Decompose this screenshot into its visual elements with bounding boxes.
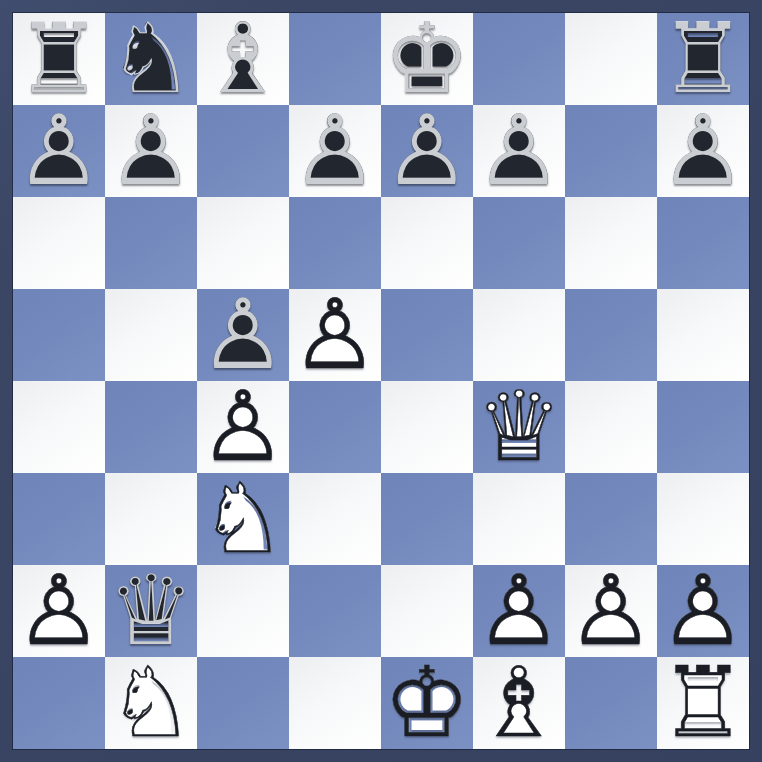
black-rook-outline: ♖ (13, 13, 105, 105)
square-c5[interactable]: ♟♙ (197, 289, 289, 381)
white-rook-outline: ♖ (657, 657, 749, 749)
black-king-outline: ♔ (381, 13, 473, 105)
square-b7[interactable]: ♟♙ (105, 105, 197, 197)
square-b2[interactable]: ♛♕ (105, 565, 197, 657)
piece-white-knight[interactable]: ♞♘ (197, 473, 289, 565)
white-pawn-outline: ♙ (197, 381, 289, 473)
black-pawn-outline: ♙ (197, 289, 289, 381)
piece-black-rook[interactable]: ♜♖ (13, 13, 105, 105)
black-bishop-outline: ♗ (197, 13, 289, 105)
black-knight-outline: ♘ (105, 13, 197, 105)
square-e2[interactable] (381, 565, 473, 657)
square-e5[interactable] (381, 289, 473, 381)
piece-white-queen[interactable]: ♛♕ (473, 381, 565, 473)
square-b4[interactable] (105, 381, 197, 473)
square-f7[interactable]: ♟♙ (473, 105, 565, 197)
white-bishop-outline: ♗ (473, 657, 565, 749)
piece-white-king[interactable]: ♚♔ (381, 657, 473, 749)
piece-white-pawn[interactable]: ♟♙ (13, 565, 105, 657)
square-f6[interactable] (473, 197, 565, 289)
square-g7[interactable] (565, 105, 657, 197)
piece-white-pawn[interactable]: ♟♙ (473, 565, 565, 657)
square-c4[interactable]: ♟♙ (197, 381, 289, 473)
black-pawn-outline: ♙ (13, 105, 105, 197)
square-f8[interactable] (473, 13, 565, 105)
square-e8[interactable]: ♚♔ (381, 13, 473, 105)
white-king-outline: ♔ (381, 657, 473, 749)
square-e3[interactable] (381, 473, 473, 565)
chess-board: ♜♖♞♘♝♗♚♔♜♖♟♙♟♙♟♙♟♙♟♙♟♙♟♙♟♙♟♙♛♕♞♘♟♙♛♕♟♙♟♙… (13, 13, 749, 749)
square-d3[interactable] (289, 473, 381, 565)
black-rook-outline: ♖ (657, 13, 749, 105)
square-f4[interactable]: ♛♕ (473, 381, 565, 473)
square-h7[interactable]: ♟♙ (657, 105, 749, 197)
white-knight-outline: ♘ (197, 473, 289, 565)
piece-black-pawn[interactable]: ♟♙ (289, 105, 381, 197)
square-c1[interactable] (197, 657, 289, 749)
square-f1[interactable]: ♝♗ (473, 657, 565, 749)
piece-black-bishop[interactable]: ♝♗ (197, 13, 289, 105)
piece-white-pawn[interactable]: ♟♙ (657, 565, 749, 657)
square-f3[interactable] (473, 473, 565, 565)
square-a2[interactable]: ♟♙ (13, 565, 105, 657)
square-b5[interactable] (105, 289, 197, 381)
piece-white-rook[interactable]: ♜♖ (657, 657, 749, 749)
piece-black-pawn[interactable]: ♟♙ (13, 105, 105, 197)
square-d2[interactable] (289, 565, 381, 657)
square-f2[interactable]: ♟♙ (473, 565, 565, 657)
square-b6[interactable] (105, 197, 197, 289)
square-e7[interactable]: ♟♙ (381, 105, 473, 197)
piece-black-pawn[interactable]: ♟♙ (197, 289, 289, 381)
square-h1[interactable]: ♜♖ (657, 657, 749, 749)
piece-black-pawn[interactable]: ♟♙ (657, 105, 749, 197)
square-c2[interactable] (197, 565, 289, 657)
piece-black-pawn[interactable]: ♟♙ (381, 105, 473, 197)
square-c7[interactable] (197, 105, 289, 197)
white-queen-outline: ♕ (473, 381, 565, 473)
square-a4[interactable] (13, 381, 105, 473)
white-pawn-outline: ♙ (13, 565, 105, 657)
square-g2[interactable]: ♟♙ (565, 565, 657, 657)
piece-white-pawn[interactable]: ♟♙ (289, 289, 381, 381)
black-pawn-outline: ♙ (657, 105, 749, 197)
black-pawn-outline: ♙ (381, 105, 473, 197)
square-d7[interactable]: ♟♙ (289, 105, 381, 197)
piece-black-queen[interactable]: ♛♕ (105, 565, 197, 657)
square-g6[interactable] (565, 197, 657, 289)
piece-black-pawn[interactable]: ♟♙ (105, 105, 197, 197)
square-h4[interactable] (657, 381, 749, 473)
black-pawn-outline: ♙ (473, 105, 565, 197)
square-h3[interactable] (657, 473, 749, 565)
square-h2[interactable]: ♟♙ (657, 565, 749, 657)
square-c3[interactable]: ♞♘ (197, 473, 289, 565)
square-b3[interactable] (105, 473, 197, 565)
piece-white-bishop[interactable]: ♝♗ (473, 657, 565, 749)
square-d6[interactable] (289, 197, 381, 289)
square-g4[interactable] (565, 381, 657, 473)
square-e1[interactable]: ♚♔ (381, 657, 473, 749)
square-d5[interactable]: ♟♙ (289, 289, 381, 381)
piece-white-pawn[interactable]: ♟♙ (197, 381, 289, 473)
square-d1[interactable] (289, 657, 381, 749)
square-f5[interactable] (473, 289, 565, 381)
square-a7[interactable]: ♟♙ (13, 105, 105, 197)
white-pawn-outline: ♙ (289, 289, 381, 381)
white-pawn-outline: ♙ (473, 565, 565, 657)
square-h6[interactable] (657, 197, 749, 289)
square-a5[interactable] (13, 289, 105, 381)
black-queen-outline: ♕ (105, 565, 197, 657)
square-a3[interactable] (13, 473, 105, 565)
square-g3[interactable] (565, 473, 657, 565)
piece-black-king[interactable]: ♚♔ (381, 13, 473, 105)
white-knight-outline: ♘ (105, 657, 197, 749)
square-b8[interactable]: ♞♘ (105, 13, 197, 105)
board-frame: ♜♖♞♘♝♗♚♔♜♖♟♙♟♙♟♙♟♙♟♙♟♙♟♙♟♙♟♙♛♕♞♘♟♙♛♕♟♙♟♙… (0, 0, 762, 762)
square-g1[interactable] (565, 657, 657, 749)
square-d8[interactable] (289, 13, 381, 105)
piece-white-pawn[interactable]: ♟♙ (565, 565, 657, 657)
piece-black-knight[interactable]: ♞♘ (105, 13, 197, 105)
square-a8[interactable]: ♜♖ (13, 13, 105, 105)
white-pawn-outline: ♙ (565, 565, 657, 657)
square-a6[interactable] (13, 197, 105, 289)
piece-white-knight[interactable]: ♞♘ (105, 657, 197, 749)
square-h8[interactable]: ♜♖ (657, 13, 749, 105)
square-e4[interactable] (381, 381, 473, 473)
black-pawn-outline: ♙ (289, 105, 381, 197)
square-a1[interactable] (13, 657, 105, 749)
piece-black-rook[interactable]: ♜♖ (657, 13, 749, 105)
piece-black-pawn[interactable]: ♟♙ (473, 105, 565, 197)
white-pawn-outline: ♙ (657, 565, 749, 657)
square-h5[interactable] (657, 289, 749, 381)
square-g8[interactable] (565, 13, 657, 105)
square-e6[interactable] (381, 197, 473, 289)
square-d4[interactable] (289, 381, 381, 473)
square-c8[interactable]: ♝♗ (197, 13, 289, 105)
square-b1[interactable]: ♞♘ (105, 657, 197, 749)
black-pawn-outline: ♙ (105, 105, 197, 197)
square-c6[interactable] (197, 197, 289, 289)
square-g5[interactable] (565, 289, 657, 381)
